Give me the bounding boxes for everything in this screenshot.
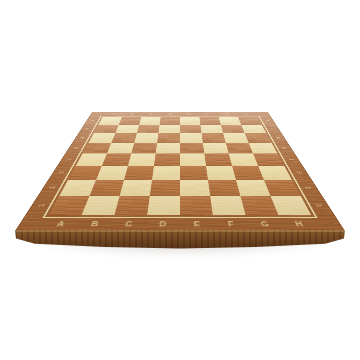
- file-label-c: C: [110, 219, 146, 229]
- square-e7: [180, 125, 202, 133]
- square-b3: [96, 166, 128, 180]
- square-c2: [120, 180, 152, 196]
- file-label-far-h: H: [236, 113, 256, 116]
- square-f4: [204, 153, 232, 165]
- square-c7: [137, 125, 160, 133]
- square-d1: [147, 196, 180, 215]
- square-b2: [89, 180, 124, 196]
- square-c4: [128, 153, 156, 165]
- square-f7: [200, 125, 223, 133]
- file-label-b: B: [76, 219, 114, 229]
- square-c6: [134, 133, 158, 143]
- square-d3: [152, 166, 180, 180]
- file-labels-near: ABCDEFGH: [41, 219, 320, 229]
- square-b5: [107, 143, 134, 154]
- square-e6: [180, 133, 203, 143]
- file-label-g: G: [247, 219, 285, 229]
- square-b6: [111, 133, 136, 143]
- file-label-far-b: B: [123, 113, 143, 116]
- square-d5: [156, 143, 180, 154]
- square-h3: [258, 166, 292, 180]
- chessboard: ABCDEFGH ABCDEFGH 87654321 87654321: [15, 112, 345, 231]
- square-h2: [264, 180, 301, 196]
- square-b7: [115, 125, 139, 133]
- file-label-far-d: D: [161, 113, 180, 116]
- square-c5: [131, 143, 157, 154]
- square-f6: [202, 133, 226, 143]
- square-h4: [253, 153, 284, 165]
- square-f5: [203, 143, 229, 154]
- square-h6: [245, 133, 272, 143]
- square-h5: [249, 143, 278, 154]
- square-h7: [241, 125, 266, 133]
- file-label-far-e: E: [180, 113, 199, 116]
- square-e5: [180, 143, 204, 154]
- file-label-f: F: [213, 219, 249, 229]
- square-d6: [157, 133, 180, 143]
- square-e1: [180, 196, 213, 215]
- file-label-d: D: [145, 219, 180, 229]
- square-b8: [119, 117, 141, 125]
- square-f3: [206, 166, 236, 180]
- file-label-far-f: F: [199, 113, 219, 116]
- square-d2: [150, 180, 180, 196]
- square-e2: [180, 180, 210, 196]
- photo-scene: ABCDEFGH ABCDEFGH 87654321 87654321: [0, 0, 360, 360]
- file-label-far-c: C: [142, 113, 162, 116]
- file-labels-far: ABCDEFGH: [104, 113, 257, 116]
- square-e4: [180, 153, 206, 165]
- file-label-e: E: [180, 219, 215, 229]
- square-b4: [102, 153, 131, 165]
- square-f8: [199, 117, 220, 125]
- square-d4: [154, 153, 180, 165]
- square-c8: [139, 117, 160, 125]
- square-d8: [160, 117, 180, 125]
- square-c1: [114, 196, 149, 215]
- square-f2: [208, 180, 240, 196]
- file-label-far-g: G: [217, 113, 237, 116]
- file-label-a: A: [41, 219, 80, 229]
- file-label-h: H: [280, 219, 319, 229]
- square-e3: [180, 166, 208, 180]
- square-e8: [180, 117, 200, 125]
- square-c3: [124, 166, 154, 180]
- square-d7: [158, 125, 180, 133]
- square-h8: [238, 117, 262, 125]
- file-label-far-a: A: [104, 113, 124, 116]
- square-h1: [271, 196, 312, 215]
